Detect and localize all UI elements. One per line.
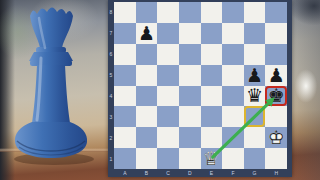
square-h1[interactable] <box>265 148 287 169</box>
piece-bp-g5[interactable]: ♟ <box>244 65 266 86</box>
file-label-g: G <box>244 170 266 176</box>
red-box-highlight-h4 <box>265 86 287 107</box>
file-label-f: F <box>222 170 244 176</box>
square-g8[interactable] <box>244 2 266 23</box>
square-c7[interactable] <box>157 23 179 44</box>
square-h6[interactable] <box>265 44 287 65</box>
file-label-c: C <box>157 170 179 176</box>
square-h5[interactable]: ♟ <box>265 65 287 86</box>
square-b2[interactable] <box>136 127 158 148</box>
square-f4[interactable] <box>222 86 244 107</box>
square-c1[interactable] <box>157 148 179 169</box>
piece-bp-b7[interactable]: ♟ <box>136 23 158 44</box>
file-label-e: E <box>201 170 223 176</box>
square-g5[interactable]: ♟ <box>244 65 266 86</box>
square-b5[interactable] <box>136 65 158 86</box>
piece-wq-outline: ♕ <box>201 148 223 169</box>
piece-wk-h2[interactable]: ♚ <box>265 127 287 148</box>
square-f7[interactable] <box>222 23 244 44</box>
square-a7[interactable] <box>114 23 136 44</box>
square-f2[interactable] <box>222 127 244 148</box>
square-e4[interactable] <box>201 86 223 107</box>
chess-board: 87654321 ABCDEFGH ♟♟♟♛♚♚♔♛♕ <box>108 0 292 177</box>
file-label-b: B <box>136 170 158 176</box>
piece-bk-h4[interactable]: ♚ <box>265 86 287 107</box>
square-d1[interactable] <box>179 148 201 169</box>
piece-wq-e1[interactable]: ♛ <box>201 148 223 169</box>
square-a6[interactable] <box>114 44 136 65</box>
piece-bq-g4[interactable]: ♛ <box>244 86 266 107</box>
square-b8[interactable] <box>136 2 158 23</box>
file-label-h: H <box>265 170 287 176</box>
square-d6[interactable] <box>179 44 201 65</box>
square-f8[interactable] <box>222 2 244 23</box>
square-d4[interactable] <box>179 86 201 107</box>
piece-bp-h5[interactable]: ♟ <box>265 65 287 86</box>
piece-crown <box>30 8 73 49</box>
square-d8[interactable] <box>179 2 201 23</box>
square-e2[interactable] <box>201 127 223 148</box>
file-label-a: A <box>114 170 136 176</box>
square-h7[interactable] <box>265 23 287 44</box>
square-e6[interactable] <box>201 44 223 65</box>
square-a5[interactable] <box>114 65 136 86</box>
square-b7[interactable]: ♟ <box>136 23 158 44</box>
square-h8[interactable] <box>265 2 287 23</box>
square-d3[interactable] <box>179 106 201 127</box>
square-c3[interactable] <box>157 106 179 127</box>
piece-wk-outline: ♔ <box>265 127 287 148</box>
square-f5[interactable] <box>222 65 244 86</box>
square-d7[interactable] <box>179 23 201 44</box>
video-frame: 87654321 ABCDEFGH ♟♟♟♛♚♚♔♛♕ <box>0 0 320 180</box>
yellow-box-highlight-g3 <box>244 106 266 127</box>
square-g4[interactable]: ♛ <box>244 86 266 107</box>
square-g3[interactable] <box>244 106 266 127</box>
square-f3[interactable] <box>222 106 244 127</box>
square-a2[interactable] <box>114 127 136 148</box>
square-f1[interactable] <box>222 148 244 169</box>
square-c2[interactable] <box>157 127 179 148</box>
square-g6[interactable] <box>244 44 266 65</box>
square-g7[interactable] <box>244 23 266 44</box>
square-b1[interactable] <box>136 148 158 169</box>
square-b4[interactable] <box>136 86 158 107</box>
square-a8[interactable] <box>114 2 136 23</box>
square-c8[interactable] <box>157 2 179 23</box>
square-e5[interactable] <box>201 65 223 86</box>
square-e1[interactable]: ♛♕ <box>201 148 223 169</box>
board-squares: ♟♟♟♛♚♚♔♛♕ <box>114 2 287 169</box>
square-g1[interactable] <box>244 148 266 169</box>
square-h4[interactable]: ♚ <box>265 86 287 107</box>
square-a4[interactable] <box>114 86 136 107</box>
square-e3[interactable] <box>201 106 223 127</box>
square-c4[interactable] <box>157 86 179 107</box>
square-g2[interactable] <box>244 127 266 148</box>
square-e7[interactable] <box>201 23 223 44</box>
blue-chess-piece-photo <box>0 0 108 180</box>
piece-base <box>15 122 87 158</box>
square-c6[interactable] <box>157 44 179 65</box>
file-labels: ABCDEFGH <box>114 169 287 177</box>
square-b6[interactable] <box>136 44 158 65</box>
square-c5[interactable] <box>157 65 179 86</box>
square-a3[interactable] <box>114 106 136 127</box>
square-d5[interactable] <box>179 65 201 86</box>
file-label-d: D <box>179 170 201 176</box>
square-a1[interactable] <box>114 148 136 169</box>
square-d2[interactable] <box>179 127 201 148</box>
square-h3[interactable] <box>265 106 287 127</box>
square-f6[interactable] <box>222 44 244 65</box>
square-b3[interactable] <box>136 106 158 127</box>
square-e8[interactable] <box>201 2 223 23</box>
square-h2[interactable]: ♚♔ <box>265 127 287 148</box>
